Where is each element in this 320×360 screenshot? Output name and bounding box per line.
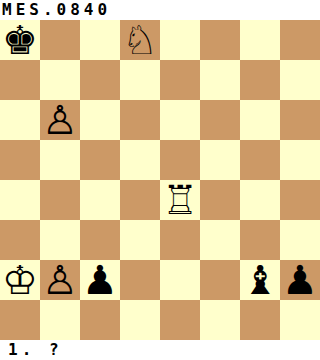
square-f6[interactable] [200,100,240,140]
black-pawn[interactable]: ♟ [82,260,118,300]
square-d4[interactable] [120,180,160,220]
square-b7[interactable] [40,60,80,100]
square-e1[interactable] [160,300,200,340]
square-b3[interactable] [40,220,80,260]
square-d7[interactable] [120,60,160,100]
square-d8[interactable]: ♘ [120,20,160,60]
square-d6[interactable] [120,100,160,140]
square-a3[interactable] [0,220,40,260]
square-h7[interactable] [280,60,320,100]
square-b4[interactable] [40,180,80,220]
square-d1[interactable] [120,300,160,340]
square-f2[interactable] [200,260,240,300]
chess-puzzle-screen: MES.0840 ♚♘♙♖♔♙♟♝♟ 1. ? [0,0,320,360]
square-a7[interactable] [0,60,40,100]
white-king[interactable]: ♔ [2,260,38,300]
square-b2[interactable]: ♙ [40,260,80,300]
square-e7[interactable] [160,60,200,100]
square-f3[interactable] [200,220,240,260]
white-rook[interactable]: ♖ [162,180,198,220]
chess-board[interactable]: ♚♘♙♖♔♙♟♝♟ [0,20,320,340]
puzzle-id-label: MES.0840 [0,0,320,20]
square-a4[interactable] [0,180,40,220]
square-e4[interactable]: ♖ [160,180,200,220]
square-c6[interactable] [80,100,120,140]
move-prompt-label: 1. ? [0,340,320,360]
white-pawn[interactable]: ♙ [42,260,78,300]
square-f8[interactable] [200,20,240,60]
white-pawn[interactable]: ♙ [42,100,78,140]
square-a6[interactable] [0,100,40,140]
square-c8[interactable] [80,20,120,60]
square-h1[interactable] [280,300,320,340]
square-c3[interactable] [80,220,120,260]
square-f5[interactable] [200,140,240,180]
square-f4[interactable] [200,180,240,220]
black-pawn[interactable]: ♟ [282,260,318,300]
square-h4[interactable] [280,180,320,220]
square-a8[interactable]: ♚ [0,20,40,60]
square-a1[interactable] [0,300,40,340]
square-a2[interactable]: ♔ [0,260,40,300]
square-c1[interactable] [80,300,120,340]
square-d2[interactable] [120,260,160,300]
square-a5[interactable] [0,140,40,180]
square-e2[interactable] [160,260,200,300]
square-c2[interactable]: ♟ [80,260,120,300]
square-f7[interactable] [200,60,240,100]
square-c7[interactable] [80,60,120,100]
square-h5[interactable] [280,140,320,180]
square-g8[interactable] [240,20,280,60]
square-e3[interactable] [160,220,200,260]
square-g4[interactable] [240,180,280,220]
square-h6[interactable] [280,100,320,140]
black-bishop[interactable]: ♝ [242,260,278,300]
square-h3[interactable] [280,220,320,260]
square-b1[interactable] [40,300,80,340]
white-knight[interactable]: ♘ [122,20,158,60]
square-b5[interactable] [40,140,80,180]
square-g6[interactable] [240,100,280,140]
square-d5[interactable] [120,140,160,180]
square-e6[interactable] [160,100,200,140]
square-f1[interactable] [200,300,240,340]
square-g1[interactable] [240,300,280,340]
square-g2[interactable]: ♝ [240,260,280,300]
square-h2[interactable]: ♟ [280,260,320,300]
square-b8[interactable] [40,20,80,60]
square-e5[interactable] [160,140,200,180]
square-d3[interactable] [120,220,160,260]
square-g7[interactable] [240,60,280,100]
square-c5[interactable] [80,140,120,180]
square-g5[interactable] [240,140,280,180]
square-b6[interactable]: ♙ [40,100,80,140]
black-king[interactable]: ♚ [2,20,38,60]
square-h8[interactable] [280,20,320,60]
square-e8[interactable] [160,20,200,60]
square-c4[interactable] [80,180,120,220]
square-g3[interactable] [240,220,280,260]
